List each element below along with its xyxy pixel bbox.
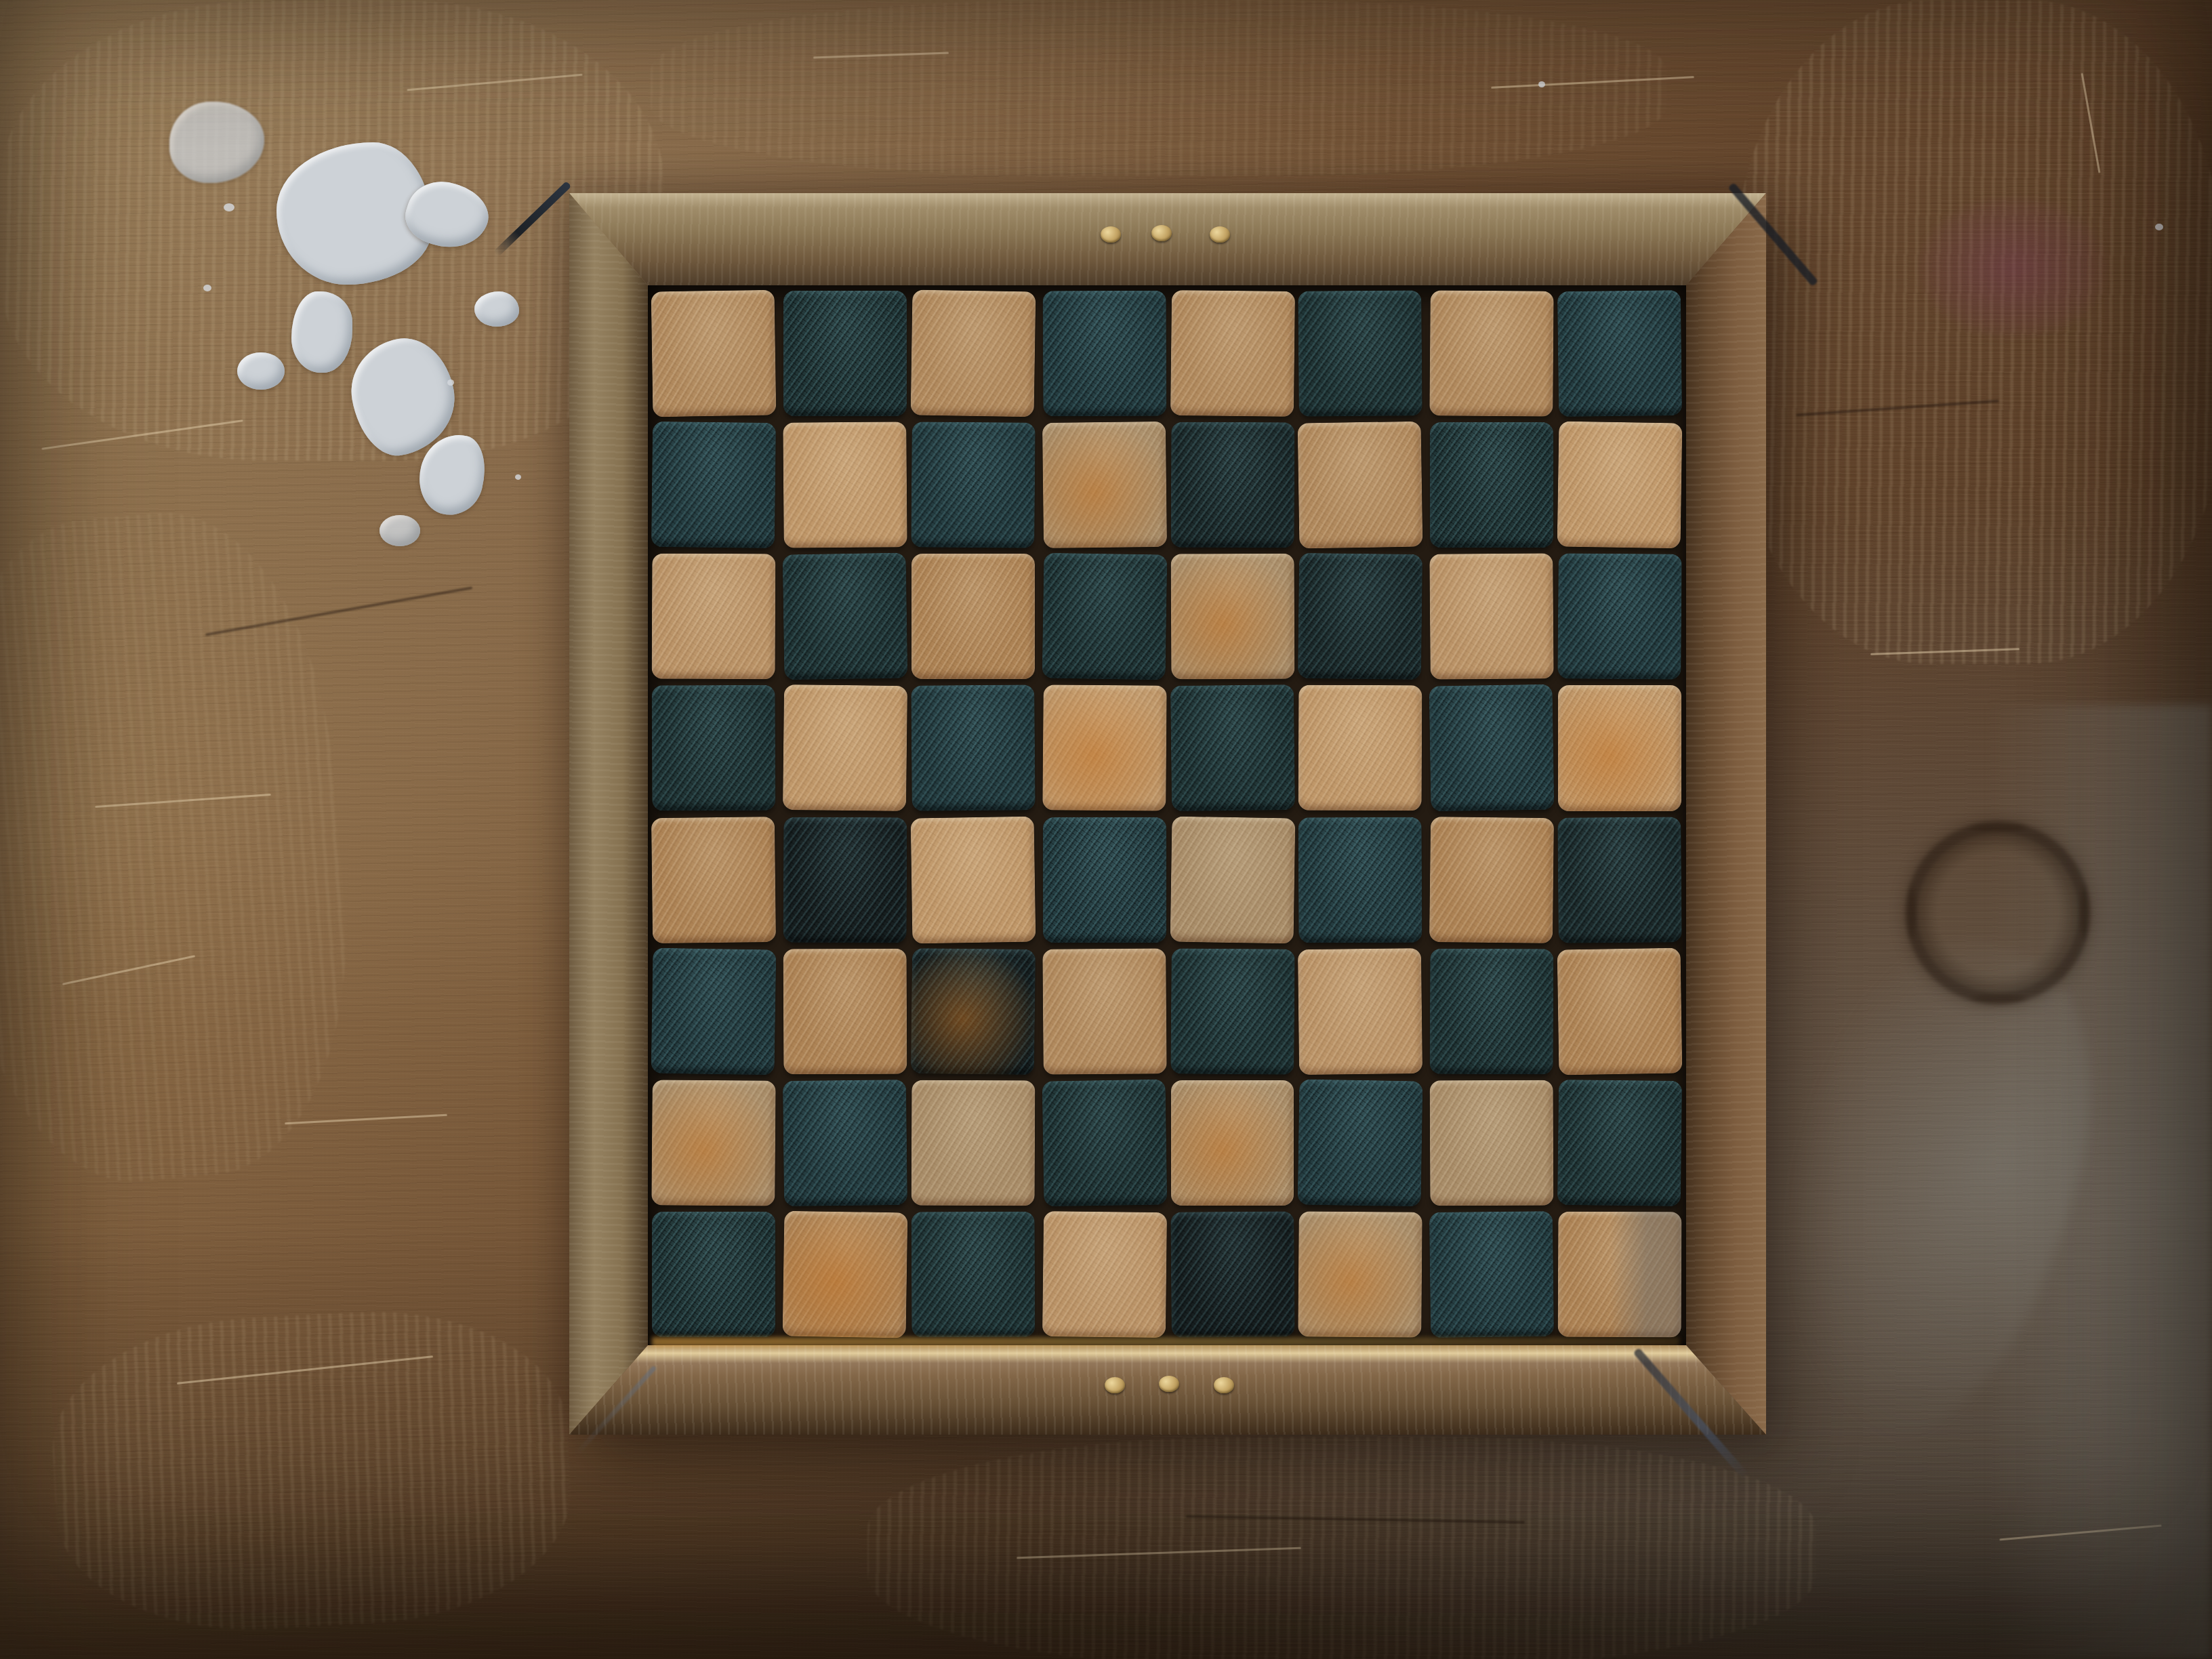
square-b2 xyxy=(783,1080,907,1206)
square-h5 xyxy=(1558,685,1681,811)
square-a7 xyxy=(651,422,776,548)
square-h7 xyxy=(1557,422,1683,549)
square-e1 xyxy=(1170,1211,1294,1338)
square-d8 xyxy=(1042,291,1166,417)
square-e7 xyxy=(1170,422,1294,548)
square-c3 xyxy=(911,948,1036,1075)
brass-pin-bottom xyxy=(1159,1376,1179,1392)
square-b5 xyxy=(783,684,907,811)
square-a3 xyxy=(651,947,777,1075)
frame-left-rail xyxy=(569,193,648,1435)
square-e3 xyxy=(1170,948,1294,1075)
board-well xyxy=(648,285,1686,1345)
square-b4 xyxy=(783,817,907,943)
square-h3 xyxy=(1557,947,1683,1075)
brass-pin-bottom xyxy=(1214,1377,1234,1393)
square-d4 xyxy=(1043,817,1166,943)
square-f2 xyxy=(1298,1079,1423,1206)
square-c5 xyxy=(911,685,1035,812)
square-a8 xyxy=(651,290,777,417)
square-g7 xyxy=(1430,422,1553,548)
square-a1 xyxy=(652,1212,775,1337)
square-f4 xyxy=(1298,817,1422,943)
square-e8 xyxy=(1170,290,1294,417)
square-f6 xyxy=(1298,553,1422,680)
square-b3 xyxy=(783,948,907,1074)
square-c7 xyxy=(911,422,1035,548)
checkers-board xyxy=(569,193,1766,1435)
square-g4 xyxy=(1429,816,1554,943)
square-f8 xyxy=(1298,290,1422,417)
square-g5 xyxy=(1429,684,1555,812)
brass-pin-top xyxy=(1210,226,1230,243)
square-h6 xyxy=(1557,554,1681,680)
square-f3 xyxy=(1298,948,1422,1075)
square-g1 xyxy=(1429,1211,1554,1338)
brass-pin-top xyxy=(1151,225,1172,241)
square-h1 xyxy=(1558,1212,1682,1338)
square-c2 xyxy=(911,1080,1035,1206)
square-d7 xyxy=(1042,422,1167,548)
square-g6 xyxy=(1430,554,1554,680)
bottom-rail-reflection xyxy=(652,1337,1679,1347)
square-a6 xyxy=(652,554,776,680)
square-e4 xyxy=(1170,816,1295,943)
square-a2 xyxy=(651,1080,775,1206)
square-c6 xyxy=(912,554,1035,679)
square-b6 xyxy=(782,553,907,680)
frame-right-rail xyxy=(1686,193,1766,1435)
square-h2 xyxy=(1557,1080,1682,1206)
square-d5 xyxy=(1042,685,1166,812)
square-c8 xyxy=(910,290,1036,417)
brass-pin-top xyxy=(1101,226,1121,243)
square-g2 xyxy=(1430,1080,1554,1206)
square-a4 xyxy=(651,816,776,943)
square-h8 xyxy=(1557,290,1682,417)
square-c4 xyxy=(910,816,1036,943)
square-f7 xyxy=(1298,422,1423,549)
square-e6 xyxy=(1170,554,1294,680)
board-grid xyxy=(653,291,1682,1337)
square-b8 xyxy=(783,291,907,416)
square-d6 xyxy=(1042,553,1167,680)
square-g3 xyxy=(1430,948,1554,1074)
square-e2 xyxy=(1171,1080,1294,1206)
square-g8 xyxy=(1430,290,1554,417)
square-b7 xyxy=(783,422,907,548)
photo-of-checkerboard xyxy=(0,0,2212,1659)
square-d1 xyxy=(1042,1211,1167,1338)
square-d3 xyxy=(1042,948,1166,1075)
square-f5 xyxy=(1298,685,1422,811)
brass-pin-bottom xyxy=(1105,1377,1125,1393)
square-e5 xyxy=(1170,684,1294,811)
square-d2 xyxy=(1042,1079,1167,1206)
square-b1 xyxy=(782,1211,907,1338)
square-a5 xyxy=(652,685,776,811)
square-f1 xyxy=(1298,1211,1422,1338)
square-h4 xyxy=(1557,817,1681,943)
square-c1 xyxy=(911,1212,1035,1338)
